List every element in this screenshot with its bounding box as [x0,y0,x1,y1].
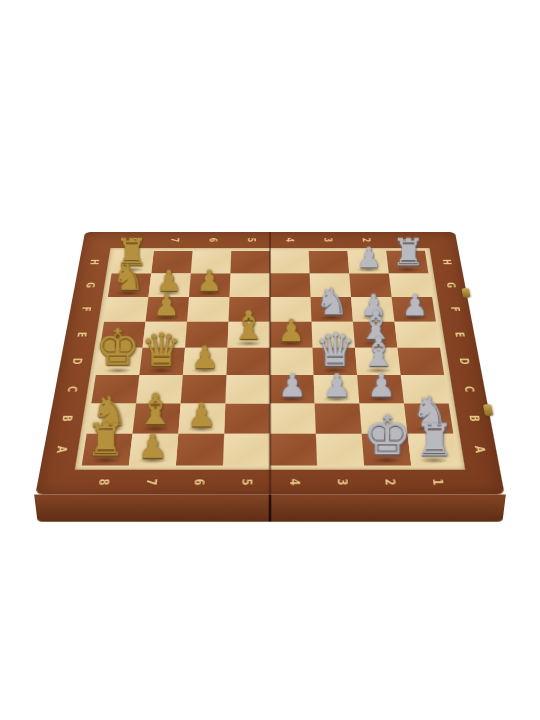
square-h1: ♜ [386,251,428,274]
square-g5 [229,273,270,297]
piece-silver-rook-h1: ♜ [392,234,426,271]
square-a8: ♜ [82,434,133,466]
piece-gold-bishop-e5: ♝ [231,307,266,346]
square-c4: ♟ [270,375,315,404]
board-front-edge [34,494,506,521]
scene: ♜♟♜♞♟♟♟♞♟♟♝♟♝♚♛♟♛♝♟♟♟♞♝♟♞♜♟♚♜ HGFEDCBAHG… [85,232,455,602]
square-a3 [316,434,364,466]
square-g6: ♟ [189,273,230,297]
rank-label-top-3: 3 [320,236,335,244]
file-label-left-H: H [86,258,102,266]
square-c2: ♟ [357,375,404,404]
square-d1 [397,348,444,375]
square-a1: ♜ [408,434,459,466]
file-label-left-A: A [51,444,70,456]
file-label-left-G: G [82,281,98,290]
piece-silver-pawn-c4: ♟ [278,370,306,402]
rank-label-bottom-6: 6 [189,476,207,488]
rank-label-bottom-2: 2 [380,476,399,488]
square-h5 [230,251,270,274]
file-label-left-B: B [57,413,76,424]
file-label-right-D: D [455,356,473,366]
square-f3: ♞ [311,297,353,322]
piece-gold-knight-g8: ♞ [112,259,144,295]
square-g4 [270,273,311,297]
square-f7: ♟ [146,297,189,322]
board-tilt: ♜♟♜♞♟♟♟♞♟♟♝♟♝♚♛♟♛♝♟♟♟♞♝♟♞♜♟♚♜ HGFEDCBAHG… [35,232,504,494]
square-b5 [224,404,270,434]
square-g8: ♞ [108,273,151,297]
square-a6 [176,434,224,466]
product-photo: ♜♟♜♞♟♟♟♞♟♟♝♟♝♚♛♟♛♝♟♟♟♞♝♟♞♜♟♚♜ HGFEDCBAHG… [0,0,540,720]
file-label-right-F: F [446,305,463,314]
piece-silver-knight-f3: ♞ [316,283,349,320]
square-c5 [225,375,270,404]
piece-silver-pawn-f1: ♟ [402,290,428,319]
rank-label-bottom-4: 4 [285,476,303,488]
piece-silver-pawn-c3: ♟ [323,370,351,402]
piece-silver-pawn-h2: ♟ [356,243,381,271]
piece-gold-bishop-b7: ♝ [137,389,175,431]
square-c3: ♟ [314,375,360,404]
piece-gold-queen-d7: ♛ [141,327,182,373]
square-a5 [223,434,270,466]
square-b3 [315,404,362,434]
square-b4 [270,404,316,434]
file-label-left-F: F [77,305,94,314]
piece-silver-queen-d3: ♛ [315,327,356,373]
rank-label-top-5: 5 [244,236,258,244]
square-d8: ♚ [96,348,143,375]
rank-label-bottom-7: 7 [141,476,160,488]
square-f1: ♟ [392,297,436,322]
file-label-right-G: G [442,281,458,290]
board-hinge [269,232,272,494]
piece-silver-king-a2: ♚ [363,408,412,462]
file-label-left-D: D [68,356,86,366]
rank-label-bottom-1: 1 [427,476,446,488]
piece-gold-pawn-b6: ♟ [187,399,216,432]
piece-gold-pawn-e4: ♟ [278,315,305,345]
square-h4 [270,251,310,274]
piece-gold-pawn-f7: ♟ [153,290,179,319]
piece-gold-pawn-g6: ♟ [196,266,222,295]
rank-label-top-7: 7 [167,236,182,244]
square-d5 [226,348,270,375]
square-h3 [309,251,349,274]
square-h2: ♟ [347,251,388,274]
brass-clasp-icon [483,404,493,416]
square-a7: ♟ [129,434,179,466]
square-e5: ♝ [228,322,270,348]
rank-label-top-4: 4 [282,236,296,244]
square-f6 [187,297,229,322]
piece-gold-pawn-d6: ♟ [191,342,219,373]
file-label-right-B: B [464,413,483,424]
piece-silver-rook-a1: ♜ [414,418,454,462]
square-a4 [270,434,317,466]
square-e1 [394,322,440,348]
chess-board: ♜♟♜♞♟♟♟♞♟♟♝♟♝♚♛♟♛♝♟♟♟♞♝♟♞♜♟♚♜ HGFEDCBAHG… [35,232,504,494]
file-label-right-H: H [438,258,454,266]
square-e4: ♟ [270,322,312,348]
piece-gold-rook-a8: ♜ [86,418,126,462]
file-label-right-E: E [450,330,467,340]
piece-gold-pawn-a7: ♟ [138,429,168,462]
file-label-left-E: E [72,330,89,340]
rank-label-top-6: 6 [205,236,220,244]
rank-label-bottom-3: 3 [332,476,350,488]
file-label-right-A: A [469,444,488,456]
square-d6: ♟ [183,348,228,375]
square-a2: ♚ [362,434,412,466]
piece-gold-king-d8: ♚ [95,322,140,372]
file-label-right-C: C [459,384,477,395]
square-b6: ♟ [178,404,225,434]
brass-clasp-icon [461,288,470,297]
rank-label-bottom-5: 5 [237,476,255,488]
rank-label-bottom-8: 8 [93,476,112,488]
square-d7: ♛ [139,348,185,375]
piece-silver-pawn-c2: ♟ [367,370,395,402]
file-label-left-C: C [62,384,80,395]
